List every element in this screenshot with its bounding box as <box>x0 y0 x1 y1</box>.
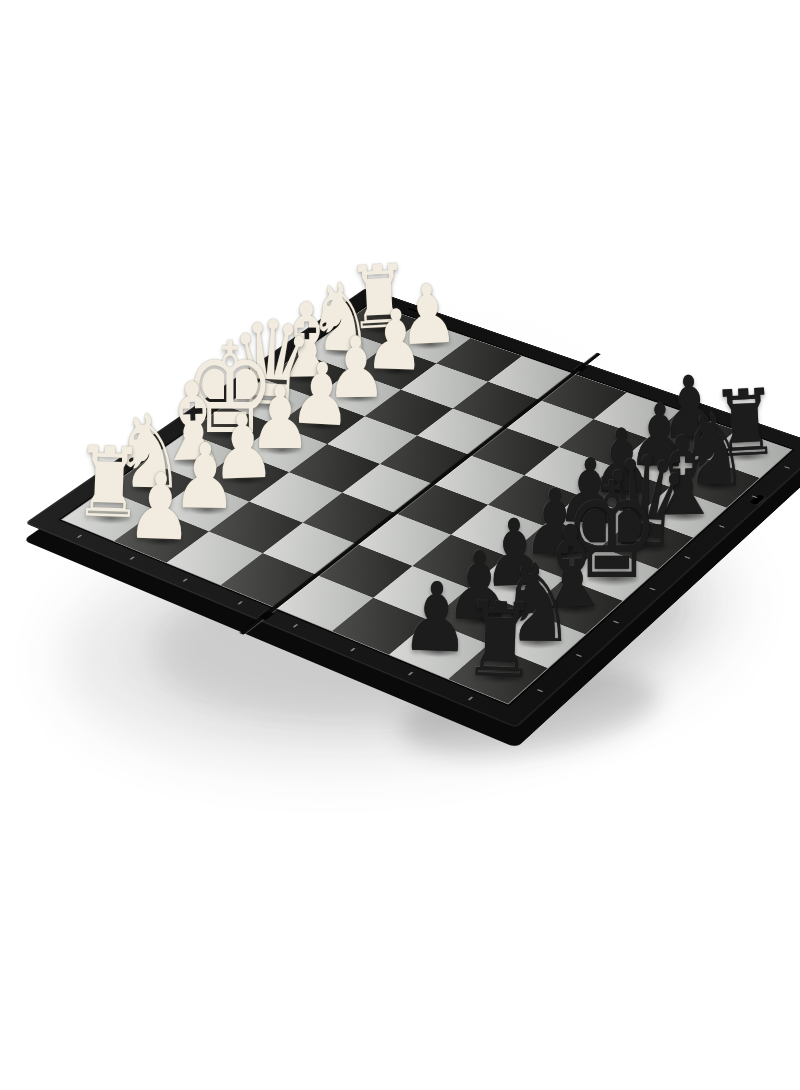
frame-tick-mark <box>784 466 790 469</box>
hinge-notch <box>257 610 275 621</box>
frame-tick-mark <box>575 654 582 657</box>
black-rook-h8[interactable]: ♜ <box>461 588 539 693</box>
white-pawn-h2[interactable]: ♟ <box>125 461 195 555</box>
frame-tick-mark <box>350 648 356 652</box>
square-g5[interactable] <box>317 544 412 598</box>
product-photo-stage: ♜♞♝♛♚♝♞♜♟♟♟♟♟♟♟♟♟♟♟♟♟♟♟♟♜♞♝♛♚♝♞♜ <box>0 0 800 1090</box>
frame-tick-mark <box>751 495 757 498</box>
square-f5[interactable] <box>357 514 451 566</box>
clasp-latch <box>749 494 765 505</box>
frame-tick-mark <box>293 624 299 628</box>
frame-tick-mark <box>408 672 414 676</box>
frame-tick-mark <box>537 689 544 692</box>
square-h5[interactable] <box>275 575 372 631</box>
square-e5[interactable] <box>395 484 487 535</box>
square-f4[interactable] <box>302 493 395 544</box>
hinge-notch <box>573 364 588 372</box>
frame-tick-mark <box>182 578 188 582</box>
frame-tick-mark <box>237 601 243 605</box>
square-h4[interactable] <box>220 553 316 607</box>
square-g4[interactable] <box>262 523 357 576</box>
